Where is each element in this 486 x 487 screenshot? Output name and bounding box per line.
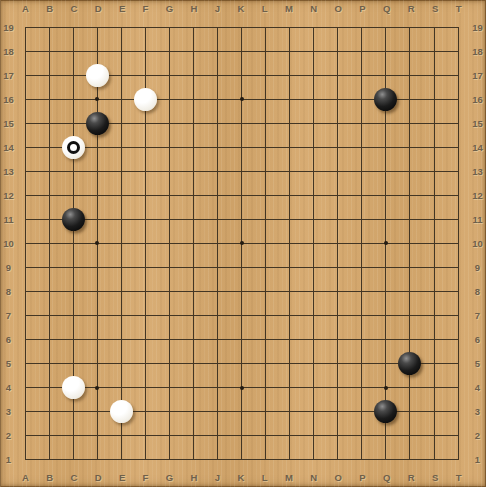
point-O13[interactable]: [326, 159, 350, 183]
point-K3[interactable]: [230, 400, 254, 424]
point-P13[interactable]: [350, 159, 374, 183]
point-A11[interactable]: [13, 207, 37, 231]
point-H3[interactable]: [182, 400, 206, 424]
point-O6[interactable]: [326, 328, 350, 352]
point-E12[interactable]: [109, 183, 133, 207]
point-E3[interactable]: [109, 400, 133, 424]
point-F8[interactable]: [133, 280, 157, 304]
point-J11[interactable]: [206, 207, 230, 231]
point-T1[interactable]: [446, 448, 470, 472]
point-F13[interactable]: [133, 159, 157, 183]
point-J3[interactable]: [206, 400, 230, 424]
point-J12[interactable]: [206, 183, 230, 207]
point-L12[interactable]: [254, 183, 278, 207]
point-D10[interactable]: [85, 231, 109, 255]
point-C16[interactable]: [61, 87, 85, 111]
point-F15[interactable]: [133, 111, 157, 135]
point-Q11[interactable]: [374, 207, 398, 231]
point-B11[interactable]: [37, 207, 61, 231]
point-F2[interactable]: [133, 424, 157, 448]
point-E9[interactable]: [109, 255, 133, 279]
point-A16[interactable]: [13, 87, 37, 111]
point-L3[interactable]: [254, 400, 278, 424]
point-P10[interactable]: [350, 231, 374, 255]
point-A12[interactable]: [13, 183, 37, 207]
point-P4[interactable]: [350, 376, 374, 400]
point-R13[interactable]: [398, 159, 422, 183]
point-D17[interactable]: [85, 63, 109, 87]
point-B18[interactable]: [37, 39, 61, 63]
point-B4[interactable]: [37, 376, 61, 400]
point-C10[interactable]: [61, 231, 85, 255]
point-P15[interactable]: [350, 111, 374, 135]
point-G1[interactable]: [157, 448, 181, 472]
point-D15[interactable]: [85, 111, 109, 135]
point-Q3[interactable]: [374, 400, 398, 424]
point-A13[interactable]: [13, 159, 37, 183]
point-R15[interactable]: [398, 111, 422, 135]
point-S2[interactable]: [422, 424, 446, 448]
point-D4[interactable]: [85, 376, 109, 400]
point-B7[interactable]: [37, 304, 61, 328]
point-H8[interactable]: [182, 280, 206, 304]
point-M8[interactable]: [278, 280, 302, 304]
point-D5[interactable]: [85, 352, 109, 376]
point-M10[interactable]: [278, 231, 302, 255]
point-C1[interactable]: [61, 448, 85, 472]
point-A1[interactable]: [13, 448, 37, 472]
point-A9[interactable]: [13, 255, 37, 279]
point-G8[interactable]: [157, 280, 181, 304]
point-O17[interactable]: [326, 63, 350, 87]
point-Q8[interactable]: [374, 280, 398, 304]
point-F12[interactable]: [133, 183, 157, 207]
point-K9[interactable]: [230, 255, 254, 279]
point-J16[interactable]: [206, 87, 230, 111]
point-P3[interactable]: [350, 400, 374, 424]
point-E11[interactable]: [109, 207, 133, 231]
point-Q13[interactable]: [374, 159, 398, 183]
point-S9[interactable]: [422, 255, 446, 279]
point-K8[interactable]: [230, 280, 254, 304]
point-P17[interactable]: [350, 63, 374, 87]
point-B13[interactable]: [37, 159, 61, 183]
point-E15[interactable]: [109, 111, 133, 135]
point-L8[interactable]: [254, 280, 278, 304]
point-A14[interactable]: [13, 135, 37, 159]
point-L6[interactable]: [254, 328, 278, 352]
point-O12[interactable]: [326, 183, 350, 207]
point-T11[interactable]: [446, 207, 470, 231]
point-T13[interactable]: [446, 159, 470, 183]
point-O8[interactable]: [326, 280, 350, 304]
point-E19[interactable]: [109, 15, 133, 39]
point-P2[interactable]: [350, 424, 374, 448]
point-T4[interactable]: [446, 376, 470, 400]
point-B3[interactable]: [37, 400, 61, 424]
point-P6[interactable]: [350, 328, 374, 352]
point-S15[interactable]: [422, 111, 446, 135]
point-S3[interactable]: [422, 400, 446, 424]
point-M1[interactable]: [278, 448, 302, 472]
point-L11[interactable]: [254, 207, 278, 231]
point-N19[interactable]: [302, 15, 326, 39]
point-M15[interactable]: [278, 111, 302, 135]
point-B15[interactable]: [37, 111, 61, 135]
point-A6[interactable]: [13, 328, 37, 352]
point-O5[interactable]: [326, 352, 350, 376]
point-L7[interactable]: [254, 304, 278, 328]
point-L9[interactable]: [254, 255, 278, 279]
point-L18[interactable]: [254, 39, 278, 63]
point-J17[interactable]: [206, 63, 230, 87]
point-Q7[interactable]: [374, 304, 398, 328]
point-H9[interactable]: [182, 255, 206, 279]
point-F14[interactable]: [133, 135, 157, 159]
point-T5[interactable]: [446, 352, 470, 376]
point-K18[interactable]: [230, 39, 254, 63]
point-S12[interactable]: [422, 183, 446, 207]
point-H2[interactable]: [182, 424, 206, 448]
point-H6[interactable]: [182, 328, 206, 352]
point-R6[interactable]: [398, 328, 422, 352]
point-S16[interactable]: [422, 87, 446, 111]
point-T16[interactable]: [446, 87, 470, 111]
point-K5[interactable]: [230, 352, 254, 376]
point-N7[interactable]: [302, 304, 326, 328]
point-A17[interactable]: [13, 63, 37, 87]
point-C11[interactable]: [61, 207, 85, 231]
point-M7[interactable]: [278, 304, 302, 328]
point-P9[interactable]: [350, 255, 374, 279]
point-H1[interactable]: [182, 448, 206, 472]
point-R12[interactable]: [398, 183, 422, 207]
point-L19[interactable]: [254, 15, 278, 39]
point-T12[interactable]: [446, 183, 470, 207]
point-N5[interactable]: [302, 352, 326, 376]
point-R8[interactable]: [398, 280, 422, 304]
point-N17[interactable]: [302, 63, 326, 87]
point-M11[interactable]: [278, 207, 302, 231]
point-C12[interactable]: [61, 183, 85, 207]
point-O1[interactable]: [326, 448, 350, 472]
point-M17[interactable]: [278, 63, 302, 87]
point-N6[interactable]: [302, 328, 326, 352]
point-H7[interactable]: [182, 304, 206, 328]
point-E18[interactable]: [109, 39, 133, 63]
point-A4[interactable]: [13, 376, 37, 400]
point-J7[interactable]: [206, 304, 230, 328]
point-G16[interactable]: [157, 87, 181, 111]
point-F19[interactable]: [133, 15, 157, 39]
point-D7[interactable]: [85, 304, 109, 328]
point-H11[interactable]: [182, 207, 206, 231]
point-R10[interactable]: [398, 231, 422, 255]
point-A5[interactable]: [13, 352, 37, 376]
point-D18[interactable]: [85, 39, 109, 63]
point-K13[interactable]: [230, 159, 254, 183]
point-D8[interactable]: [85, 280, 109, 304]
point-S10[interactable]: [422, 231, 446, 255]
point-Q18[interactable]: [374, 39, 398, 63]
point-B8[interactable]: [37, 280, 61, 304]
point-E5[interactable]: [109, 352, 133, 376]
point-M19[interactable]: [278, 15, 302, 39]
point-N15[interactable]: [302, 111, 326, 135]
point-T9[interactable]: [446, 255, 470, 279]
point-H15[interactable]: [182, 111, 206, 135]
point-T6[interactable]: [446, 328, 470, 352]
point-S17[interactable]: [422, 63, 446, 87]
point-P12[interactable]: [350, 183, 374, 207]
point-N9[interactable]: [302, 255, 326, 279]
point-F3[interactable]: [133, 400, 157, 424]
point-K15[interactable]: [230, 111, 254, 135]
point-O19[interactable]: [326, 15, 350, 39]
point-C6[interactable]: [61, 328, 85, 352]
point-E13[interactable]: [109, 159, 133, 183]
point-E14[interactable]: [109, 135, 133, 159]
point-G14[interactable]: [157, 135, 181, 159]
point-S8[interactable]: [422, 280, 446, 304]
point-B19[interactable]: [37, 15, 61, 39]
point-T3[interactable]: [446, 400, 470, 424]
point-L1[interactable]: [254, 448, 278, 472]
point-J2[interactable]: [206, 424, 230, 448]
point-M13[interactable]: [278, 159, 302, 183]
point-O9[interactable]: [326, 255, 350, 279]
point-P1[interactable]: [350, 448, 374, 472]
point-R11[interactable]: [398, 207, 422, 231]
point-M4[interactable]: [278, 376, 302, 400]
point-N12[interactable]: [302, 183, 326, 207]
point-O7[interactable]: [326, 304, 350, 328]
point-R1[interactable]: [398, 448, 422, 472]
point-E16[interactable]: [109, 87, 133, 111]
point-J18[interactable]: [206, 39, 230, 63]
point-Q6[interactable]: [374, 328, 398, 352]
point-J13[interactable]: [206, 159, 230, 183]
point-C13[interactable]: [61, 159, 85, 183]
point-Q16[interactable]: [374, 87, 398, 111]
point-O15[interactable]: [326, 111, 350, 135]
point-N16[interactable]: [302, 87, 326, 111]
point-L15[interactable]: [254, 111, 278, 135]
point-B5[interactable]: [37, 352, 61, 376]
point-B6[interactable]: [37, 328, 61, 352]
point-Q10[interactable]: [374, 231, 398, 255]
point-G9[interactable]: [157, 255, 181, 279]
point-M3[interactable]: [278, 400, 302, 424]
point-C19[interactable]: [61, 15, 85, 39]
point-O14[interactable]: [326, 135, 350, 159]
point-G18[interactable]: [157, 39, 181, 63]
point-R16[interactable]: [398, 87, 422, 111]
point-G5[interactable]: [157, 352, 181, 376]
point-Q17[interactable]: [374, 63, 398, 87]
point-S1[interactable]: [422, 448, 446, 472]
point-P19[interactable]: [350, 15, 374, 39]
point-E10[interactable]: [109, 231, 133, 255]
point-J1[interactable]: [206, 448, 230, 472]
point-G6[interactable]: [157, 328, 181, 352]
point-R2[interactable]: [398, 424, 422, 448]
point-R4[interactable]: [398, 376, 422, 400]
point-G13[interactable]: [157, 159, 181, 183]
point-C14[interactable]: [61, 135, 85, 159]
point-B1[interactable]: [37, 448, 61, 472]
point-H10[interactable]: [182, 231, 206, 255]
point-C9[interactable]: [61, 255, 85, 279]
point-S7[interactable]: [422, 304, 446, 328]
point-N8[interactable]: [302, 280, 326, 304]
point-D12[interactable]: [85, 183, 109, 207]
point-A19[interactable]: [13, 15, 37, 39]
point-J15[interactable]: [206, 111, 230, 135]
point-H19[interactable]: [182, 15, 206, 39]
point-G19[interactable]: [157, 15, 181, 39]
point-O18[interactable]: [326, 39, 350, 63]
point-T15[interactable]: [446, 111, 470, 135]
point-F4[interactable]: [133, 376, 157, 400]
point-N3[interactable]: [302, 400, 326, 424]
point-L13[interactable]: [254, 159, 278, 183]
point-E4[interactable]: [109, 376, 133, 400]
point-N2[interactable]: [302, 424, 326, 448]
point-G15[interactable]: [157, 111, 181, 135]
point-E8[interactable]: [109, 280, 133, 304]
point-H17[interactable]: [182, 63, 206, 87]
point-R17[interactable]: [398, 63, 422, 87]
point-F18[interactable]: [133, 39, 157, 63]
point-J6[interactable]: [206, 328, 230, 352]
point-J5[interactable]: [206, 352, 230, 376]
point-P5[interactable]: [350, 352, 374, 376]
point-H18[interactable]: [182, 39, 206, 63]
point-Q9[interactable]: [374, 255, 398, 279]
point-M18[interactable]: [278, 39, 302, 63]
point-J4[interactable]: [206, 376, 230, 400]
point-G3[interactable]: [157, 400, 181, 424]
point-M16[interactable]: [278, 87, 302, 111]
point-O10[interactable]: [326, 231, 350, 255]
point-J14[interactable]: [206, 135, 230, 159]
point-Q19[interactable]: [374, 15, 398, 39]
point-R7[interactable]: [398, 304, 422, 328]
point-A18[interactable]: [13, 39, 37, 63]
point-F6[interactable]: [133, 328, 157, 352]
point-G4[interactable]: [157, 376, 181, 400]
point-K14[interactable]: [230, 135, 254, 159]
point-N18[interactable]: [302, 39, 326, 63]
point-B2[interactable]: [37, 424, 61, 448]
point-S4[interactable]: [422, 376, 446, 400]
point-N13[interactable]: [302, 159, 326, 183]
point-B10[interactable]: [37, 231, 61, 255]
point-O2[interactable]: [326, 424, 350, 448]
point-F7[interactable]: [133, 304, 157, 328]
point-G7[interactable]: [157, 304, 181, 328]
point-D13[interactable]: [85, 159, 109, 183]
point-G10[interactable]: [157, 231, 181, 255]
point-J8[interactable]: [206, 280, 230, 304]
point-Q14[interactable]: [374, 135, 398, 159]
point-M5[interactable]: [278, 352, 302, 376]
point-D1[interactable]: [85, 448, 109, 472]
point-T19[interactable]: [446, 15, 470, 39]
point-P16[interactable]: [350, 87, 374, 111]
point-H12[interactable]: [182, 183, 206, 207]
point-C2[interactable]: [61, 424, 85, 448]
point-C7[interactable]: [61, 304, 85, 328]
point-M14[interactable]: [278, 135, 302, 159]
point-M2[interactable]: [278, 424, 302, 448]
point-F11[interactable]: [133, 207, 157, 231]
point-C4[interactable]: [61, 376, 85, 400]
point-B14[interactable]: [37, 135, 61, 159]
point-D14[interactable]: [85, 135, 109, 159]
point-B9[interactable]: [37, 255, 61, 279]
point-T2[interactable]: [446, 424, 470, 448]
point-F9[interactable]: [133, 255, 157, 279]
point-K16[interactable]: [230, 87, 254, 111]
point-E6[interactable]: [109, 328, 133, 352]
point-M12[interactable]: [278, 183, 302, 207]
point-C15[interactable]: [61, 111, 85, 135]
point-K12[interactable]: [230, 183, 254, 207]
point-E2[interactable]: [109, 424, 133, 448]
point-H13[interactable]: [182, 159, 206, 183]
point-B17[interactable]: [37, 63, 61, 87]
point-P18[interactable]: [350, 39, 374, 63]
point-E17[interactable]: [109, 63, 133, 87]
point-J10[interactable]: [206, 231, 230, 255]
point-D11[interactable]: [85, 207, 109, 231]
point-D16[interactable]: [85, 87, 109, 111]
point-T17[interactable]: [446, 63, 470, 87]
point-A8[interactable]: [13, 280, 37, 304]
point-Q2[interactable]: [374, 424, 398, 448]
point-S6[interactable]: [422, 328, 446, 352]
point-H16[interactable]: [182, 87, 206, 111]
point-L5[interactable]: [254, 352, 278, 376]
point-D19[interactable]: [85, 15, 109, 39]
point-K2[interactable]: [230, 424, 254, 448]
point-K7[interactable]: [230, 304, 254, 328]
point-R9[interactable]: [398, 255, 422, 279]
point-Q12[interactable]: [374, 183, 398, 207]
point-M9[interactable]: [278, 255, 302, 279]
point-S14[interactable]: [422, 135, 446, 159]
point-T18[interactable]: [446, 39, 470, 63]
point-H5[interactable]: [182, 352, 206, 376]
point-T10[interactable]: [446, 231, 470, 255]
point-Q5[interactable]: [374, 352, 398, 376]
point-K1[interactable]: [230, 448, 254, 472]
point-T8[interactable]: [446, 280, 470, 304]
point-C3[interactable]: [61, 400, 85, 424]
point-N1[interactable]: [302, 448, 326, 472]
point-F16[interactable]: [133, 87, 157, 111]
point-P7[interactable]: [350, 304, 374, 328]
point-R5[interactable]: [398, 352, 422, 376]
point-N11[interactable]: [302, 207, 326, 231]
point-S13[interactable]: [422, 159, 446, 183]
point-K17[interactable]: [230, 63, 254, 87]
point-N10[interactable]: [302, 231, 326, 255]
point-S18[interactable]: [422, 39, 446, 63]
point-P14[interactable]: [350, 135, 374, 159]
